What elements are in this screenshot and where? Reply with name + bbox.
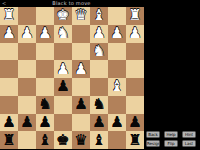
flip-button[interactable]: Flip [164,140,178,147]
black-queen: ♛ [74,132,87,147]
square[interactable]: ♞ [54,25,72,43]
back-button[interactable]: Back [146,131,160,138]
square[interactable] [126,43,144,61]
square[interactable]: ♟ [0,114,18,132]
square[interactable] [72,43,90,61]
square[interactable]: ♛ [72,7,90,25]
square[interactable] [108,131,126,149]
square[interactable] [108,60,126,78]
square[interactable]: ♟ [126,25,144,43]
square[interactable] [126,60,144,78]
square[interactable] [18,131,36,149]
white-pawn: ♟ [74,61,87,76]
side-panel [144,0,200,150]
square[interactable] [18,78,36,96]
square[interactable]: ♟ [0,25,18,43]
square[interactable] [0,43,18,61]
square[interactable] [0,96,18,114]
white-queen: ♛ [74,8,87,23]
square[interactable] [54,96,72,114]
square[interactable]: ♜ [126,131,144,149]
square[interactable]: ♛ [72,131,90,149]
black-pawn: ♟ [20,114,33,129]
white-bishop: ♝ [110,79,123,94]
square[interactable]: ♝ [90,131,108,149]
white-pawn: ♟ [20,26,33,41]
square[interactable] [18,96,36,114]
square[interactable] [18,7,36,25]
square[interactable] [72,78,90,96]
square[interactable] [36,7,54,25]
square[interactable] [18,60,36,78]
square[interactable]: ♜ [0,7,18,25]
square[interactable]: ♝ [36,131,54,149]
square[interactable] [36,78,54,96]
black-king: ♚ [56,132,69,147]
resign-button[interactable]: Resign [146,140,160,147]
square[interactable]: ♟ [90,114,108,132]
white-knight: ♞ [56,26,69,41]
square[interactable]: ♟ [36,114,54,132]
black-bishop: ♝ [38,132,51,147]
square[interactable] [54,114,72,132]
button-panel: Back Help Hint Resign Flip Last [146,131,196,147]
square[interactable] [18,43,36,61]
white-pawn: ♟ [92,26,105,41]
black-pawn: ♟ [92,114,105,129]
square[interactable]: ♞ [36,96,54,114]
black-rook: ♜ [2,132,15,147]
square[interactable] [126,96,144,114]
square[interactable] [0,60,18,78]
square[interactable]: ♚ [54,131,72,149]
square[interactable]: ♞ [90,96,108,114]
last-button[interactable]: Last [182,140,196,147]
black-rook: ♜ [128,132,141,147]
black-pawn: ♟ [128,114,141,129]
status-text: Black to move [0,0,143,7]
square[interactable]: ♟ [90,25,108,43]
white-rook: ♜ [2,8,15,23]
white-king: ♚ [56,8,69,23]
square[interactable]: ♜ [0,131,18,149]
square[interactable]: ♟ [72,60,90,78]
white-rook: ♜ [128,8,141,23]
white-bishop: ♝ [92,8,105,23]
black-pawn: ♟ [110,114,123,129]
square[interactable] [36,60,54,78]
black-knight: ♞ [38,97,51,112]
black-bishop: ♝ [92,132,105,147]
square[interactable] [0,78,18,96]
black-pawn: ♟ [38,114,51,129]
square[interactable]: ♟ [72,96,90,114]
white-pawn: ♟ [38,26,51,41]
square[interactable]: ♝ [108,78,126,96]
square[interactable]: ♝ [90,7,108,25]
square[interactable] [126,78,144,96]
square[interactable] [36,43,54,61]
square[interactable] [54,43,72,61]
square[interactable] [108,7,126,25]
square[interactable] [108,96,126,114]
square[interactable]: ♟ [54,78,72,96]
square[interactable] [72,114,90,132]
help-button[interactable]: Help [164,131,178,138]
square[interactable]: ♟ [18,25,36,43]
white-pawn: ♟ [110,26,123,41]
black-pawn: ♟ [74,97,87,112]
square[interactable]: ♜ [126,7,144,25]
square[interactable] [108,43,126,61]
square[interactable]: ♟ [54,60,72,78]
white-knight: ♞ [92,43,105,58]
black-knight: ♞ [92,97,105,112]
white-pawn: ♟ [128,26,141,41]
square[interactable]: ♟ [36,25,54,43]
square[interactable]: ♟ [18,114,36,132]
square[interactable] [90,60,108,78]
square[interactable]: ♞ [90,43,108,61]
white-pawn: ♟ [2,26,15,41]
square[interactable] [72,25,90,43]
hint-button[interactable]: Hint [182,131,196,138]
black-pawn: ♟ [56,79,69,94]
square[interactable]: ♟ [126,114,144,132]
square[interactable]: ♟ [108,114,126,132]
square[interactable]: ♚ [54,7,72,25]
white-pawn: ♟ [56,61,69,76]
square[interactable]: ♟ [108,25,126,43]
chess-board: ♜♚♛♝♜♟♟♟♞♟♟♟♞♟♟♟♝♞♟♞♟♟♟♟♟♟♜♝♚♛♝♜ [0,7,144,149]
square[interactable] [90,78,108,96]
black-pawn: ♟ [2,114,15,129]
